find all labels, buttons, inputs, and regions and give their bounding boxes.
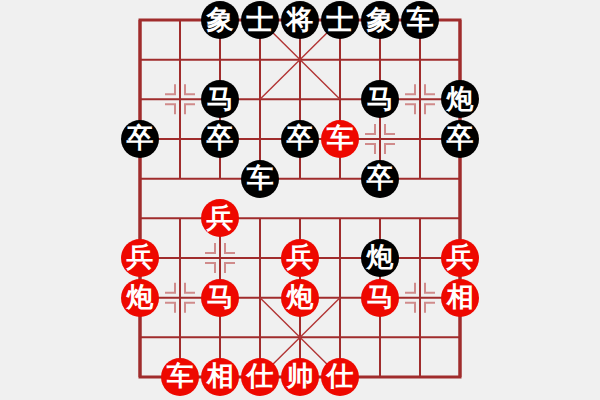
red-elephant[interactable]: 相 [441, 279, 479, 317]
black-advisor[interactable]: 士 [321, 1, 359, 39]
pieces-layer: 象士将士象车马马炮卒卒卒车卒车卒兵兵兵炮兵炮马炮马相车相仕帅仕 [0, 0, 600, 400]
red-advisor[interactable]: 仕 [321, 358, 359, 396]
black-horse[interactable]: 马 [361, 80, 399, 118]
red-horse[interactable]: 马 [361, 279, 399, 317]
red-soldier[interactable]: 兵 [201, 199, 239, 237]
red-soldier[interactable]: 兵 [121, 239, 159, 277]
red-chariot[interactable]: 车 [161, 358, 199, 396]
black-cannon[interactable]: 炮 [361, 239, 399, 277]
red-horse[interactable]: 马 [201, 279, 239, 317]
black-soldier[interactable]: 卒 [441, 120, 479, 158]
red-cannon[interactable]: 炮 [281, 279, 319, 317]
red-advisor[interactable]: 仕 [241, 358, 279, 396]
black-soldier[interactable]: 卒 [121, 120, 159, 158]
red-general[interactable]: 帅 [281, 358, 319, 396]
black-horse[interactable]: 马 [201, 80, 239, 118]
black-chariot[interactable]: 车 [401, 1, 439, 39]
red-soldier[interactable]: 兵 [281, 239, 319, 277]
black-elephant[interactable]: 象 [361, 1, 399, 39]
black-elephant[interactable]: 象 [201, 1, 239, 39]
red-elephant[interactable]: 相 [201, 358, 239, 396]
red-cannon[interactable]: 炮 [121, 279, 159, 317]
xiangqi-app: 象士将士象车马马炮卒卒卒车卒车卒兵兵兵炮兵炮马炮马相车相仕帅仕 [0, 0, 600, 400]
black-cannon[interactable]: 炮 [441, 80, 479, 118]
black-soldier[interactable]: 卒 [201, 120, 239, 158]
red-soldier[interactable]: 兵 [441, 239, 479, 277]
black-advisor[interactable]: 士 [241, 1, 279, 39]
black-soldier[interactable]: 卒 [361, 160, 399, 198]
red-chariot[interactable]: 车 [321, 120, 359, 158]
black-general[interactable]: 将 [281, 1, 319, 39]
black-chariot[interactable]: 车 [241, 160, 279, 198]
black-soldier[interactable]: 卒 [281, 120, 319, 158]
